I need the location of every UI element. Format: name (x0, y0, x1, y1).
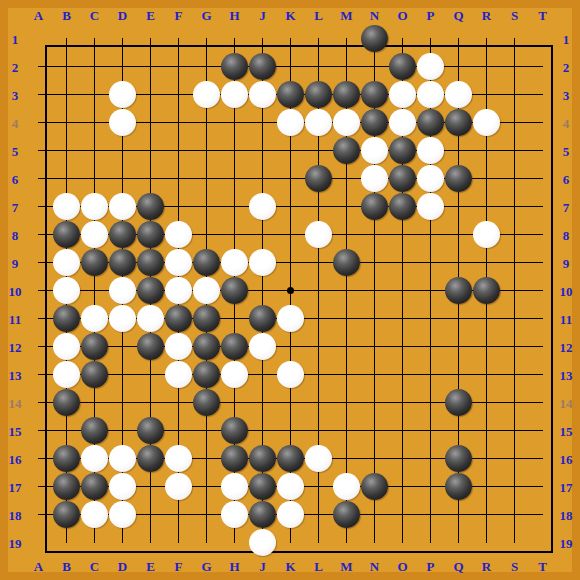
black-stone-f11[interactable] (165, 305, 192, 332)
white-stone-n6[interactable] (361, 165, 388, 192)
white-stone-j12[interactable] (249, 333, 276, 360)
white-stone-r4[interactable] (473, 109, 500, 136)
col-label-top-j: J (259, 9, 266, 22)
col-label-bottom-p: P (427, 560, 435, 573)
black-stone-c15[interactable] (81, 417, 108, 444)
white-stone-f13[interactable] (165, 361, 192, 388)
black-stone-h15[interactable] (221, 417, 248, 444)
black-stone-o5[interactable] (389, 137, 416, 164)
white-stone-d4[interactable] (109, 109, 136, 136)
col-label-top-r: R (482, 9, 491, 22)
col-label-bottom-b: B (62, 560, 71, 573)
row-label-left-3: 3 (12, 88, 19, 101)
white-stone-d3[interactable] (109, 81, 136, 108)
black-stone-c9[interactable] (81, 249, 108, 276)
white-stone-g3[interactable] (193, 81, 220, 108)
col-label-top-d: D (118, 9, 127, 22)
row-label-right-17: 17 (560, 480, 573, 493)
col-label-top-a: A (34, 9, 43, 22)
row-label-right-18: 18 (560, 508, 573, 521)
black-stone-n3[interactable] (361, 81, 388, 108)
black-stone-n4[interactable] (361, 109, 388, 136)
row-label-right-15: 15 (560, 424, 573, 437)
black-stone-b18[interactable] (53, 501, 80, 528)
row-label-right-19: 19 (560, 536, 573, 549)
go-board[interactable]: AABBCCDDEEFFGGHHJJKKLLMMNNOOPPQQRRSSTT11… (8, 8, 572, 572)
col-label-top-p: P (427, 9, 435, 22)
white-stone-l8[interactable] (305, 221, 332, 248)
black-stone-d9[interactable] (109, 249, 136, 276)
col-label-top-o: O (397, 9, 407, 22)
col-label-top-h: H (229, 9, 239, 22)
black-stone-o6[interactable] (389, 165, 416, 192)
white-stone-d18[interactable] (109, 501, 136, 528)
black-stone-b8[interactable] (53, 221, 80, 248)
white-stone-p5[interactable] (417, 137, 444, 164)
col-label-top-m: M (340, 9, 352, 22)
row-label-right-16: 16 (560, 452, 573, 465)
row-label-right-9: 9 (563, 256, 570, 269)
black-stone-e16[interactable] (137, 445, 164, 472)
white-stone-k4[interactable] (277, 109, 304, 136)
black-stone-m5[interactable] (333, 137, 360, 164)
row-label-left-19: 19 (9, 536, 22, 549)
row-label-right-8: 8 (563, 228, 570, 241)
row-label-right-10: 10 (560, 284, 573, 297)
black-stone-e12[interactable] (137, 333, 164, 360)
row-label-left-5: 5 (12, 144, 19, 157)
black-stone-c17[interactable] (81, 473, 108, 500)
white-stone-c7[interactable] (81, 193, 108, 220)
black-stone-q4[interactable] (445, 109, 472, 136)
white-stone-d11[interactable] (109, 305, 136, 332)
white-stone-d17[interactable] (109, 473, 136, 500)
row-label-right-6: 6 (563, 172, 570, 185)
black-stone-q17[interactable] (445, 473, 472, 500)
white-stone-j19[interactable] (249, 529, 276, 556)
black-stone-o7[interactable] (389, 193, 416, 220)
black-stone-j17[interactable] (249, 473, 276, 500)
white-stone-j3[interactable] (249, 81, 276, 108)
black-stone-j2[interactable] (249, 53, 276, 80)
col-label-top-b: B (62, 9, 71, 22)
black-stone-e10[interactable] (137, 277, 164, 304)
grid-line-vertical (514, 38, 515, 543)
white-stone-f9[interactable] (165, 249, 192, 276)
white-stone-k13[interactable] (277, 361, 304, 388)
black-stone-b16[interactable] (53, 445, 80, 472)
white-stone-c18[interactable] (81, 501, 108, 528)
row-label-left-2: 2 (12, 60, 19, 73)
white-stone-d16[interactable] (109, 445, 136, 472)
white-stone-o4[interactable] (389, 109, 416, 136)
row-label-right-12: 12 (560, 340, 573, 353)
white-stone-k11[interactable] (277, 305, 304, 332)
col-label-bottom-j: J (259, 560, 266, 573)
black-stone-l6[interactable] (305, 165, 332, 192)
black-stone-m18[interactable] (333, 501, 360, 528)
row-label-left-13: 13 (9, 368, 22, 381)
board-frame: AABBCCDDEEFFGGHHJJKKLLMMNNOOPPQQRRSSTT11… (0, 0, 580, 580)
black-stone-n1[interactable] (361, 25, 388, 52)
white-stone-h17[interactable] (221, 473, 248, 500)
col-label-bottom-a: A (34, 560, 43, 573)
white-stone-o3[interactable] (389, 81, 416, 108)
white-stone-c11[interactable] (81, 305, 108, 332)
col-label-bottom-t: T (538, 560, 547, 573)
black-stone-q10[interactable] (445, 277, 472, 304)
black-stone-m3[interactable] (333, 81, 360, 108)
black-stone-k16[interactable] (277, 445, 304, 472)
white-stone-j7[interactable] (249, 193, 276, 220)
col-label-bottom-c: C (90, 560, 99, 573)
col-label-bottom-o: O (397, 560, 407, 573)
col-label-bottom-r: R (482, 560, 491, 573)
white-stone-r8[interactable] (473, 221, 500, 248)
white-stone-l4[interactable] (305, 109, 332, 136)
col-label-top-q: Q (453, 9, 463, 22)
white-stone-f16[interactable] (165, 445, 192, 472)
black-stone-c12[interactable] (81, 333, 108, 360)
col-label-bottom-s: S (511, 560, 518, 573)
white-stone-b12[interactable] (53, 333, 80, 360)
row-label-left-4: 4 (12, 116, 19, 129)
col-label-bottom-l: L (314, 560, 323, 573)
col-label-bottom-d: D (118, 560, 127, 573)
white-stone-g10[interactable] (193, 277, 220, 304)
col-label-top-n: N (370, 9, 379, 22)
white-stone-f10[interactable] (165, 277, 192, 304)
col-label-top-c: C (90, 9, 99, 22)
black-stone-q16[interactable] (445, 445, 472, 472)
black-stone-g12[interactable] (193, 333, 220, 360)
col-label-bottom-g: G (201, 560, 211, 573)
black-stone-j11[interactable] (249, 305, 276, 332)
white-stone-h18[interactable] (221, 501, 248, 528)
white-stone-k17[interactable] (277, 473, 304, 500)
black-stone-h10[interactable] (221, 277, 248, 304)
row-label-right-11: 11 (560, 312, 572, 325)
black-stone-n17[interactable] (361, 473, 388, 500)
black-stone-n7[interactable] (361, 193, 388, 220)
white-stone-b13[interactable] (53, 361, 80, 388)
col-label-top-k: K (285, 9, 295, 22)
row-label-left-14: 14 (9, 396, 22, 409)
white-stone-p6[interactable] (417, 165, 444, 192)
white-stone-q3[interactable] (445, 81, 472, 108)
row-label-right-4: 4 (563, 116, 570, 129)
col-label-bottom-f: F (175, 560, 183, 573)
black-stone-d8[interactable] (109, 221, 136, 248)
row-label-left-1: 1 (12, 32, 19, 45)
white-stone-c16[interactable] (81, 445, 108, 472)
row-label-left-6: 6 (12, 172, 19, 185)
black-stone-m9[interactable] (333, 249, 360, 276)
row-label-left-12: 12 (9, 340, 22, 353)
black-stone-e8[interactable] (137, 221, 164, 248)
row-label-left-9: 9 (12, 256, 19, 269)
col-label-top-g: G (201, 9, 211, 22)
col-label-bottom-e: E (146, 560, 155, 573)
row-label-left-16: 16 (9, 452, 22, 465)
black-stone-l3[interactable] (305, 81, 332, 108)
white-stone-h9[interactable] (221, 249, 248, 276)
black-stone-h2[interactable] (221, 53, 248, 80)
col-label-bottom-k: K (285, 560, 295, 573)
black-stone-q14[interactable] (445, 389, 472, 416)
black-stone-b11[interactable] (53, 305, 80, 332)
row-label-right-3: 3 (563, 88, 570, 101)
grid-line-horizontal (38, 430, 543, 431)
white-stone-h13[interactable] (221, 361, 248, 388)
row-label-right-14: 14 (560, 396, 573, 409)
black-stone-p4[interactable] (417, 109, 444, 136)
white-stone-p7[interactable] (417, 193, 444, 220)
white-stone-e11[interactable] (137, 305, 164, 332)
black-stone-b17[interactable] (53, 473, 80, 500)
col-label-bottom-n: N (370, 560, 379, 573)
row-label-right-2: 2 (563, 60, 570, 73)
black-stone-g9[interactable] (193, 249, 220, 276)
col-label-bottom-q: Q (453, 560, 463, 573)
black-stone-r10[interactable] (473, 277, 500, 304)
white-stone-f8[interactable] (165, 221, 192, 248)
col-label-top-e: E (146, 9, 155, 22)
white-stone-m4[interactable] (333, 109, 360, 136)
col-label-top-f: F (175, 9, 183, 22)
row-label-right-13: 13 (560, 368, 573, 381)
col-label-top-l: L (314, 9, 323, 22)
row-label-left-7: 7 (12, 200, 19, 213)
black-stone-o2[interactable] (389, 53, 416, 80)
black-stone-q6[interactable] (445, 165, 472, 192)
row-label-right-1: 1 (563, 32, 570, 45)
white-stone-l16[interactable] (305, 445, 332, 472)
white-stone-c8[interactable] (81, 221, 108, 248)
white-stone-n5[interactable] (361, 137, 388, 164)
col-label-bottom-h: H (229, 560, 239, 573)
white-stone-p3[interactable] (417, 81, 444, 108)
white-stone-k18[interactable] (277, 501, 304, 528)
white-stone-m17[interactable] (333, 473, 360, 500)
black-stone-g13[interactable] (193, 361, 220, 388)
black-stone-b14[interactable] (53, 389, 80, 416)
white-stone-j9[interactable] (249, 249, 276, 276)
black-stone-j16[interactable] (249, 445, 276, 472)
col-label-bottom-m: M (340, 560, 352, 573)
row-label-left-8: 8 (12, 228, 19, 241)
grid-line-horizontal (38, 346, 543, 347)
row-label-left-17: 17 (9, 480, 22, 493)
row-label-left-10: 10 (9, 284, 22, 297)
black-stone-k3[interactable] (277, 81, 304, 108)
white-stone-b9[interactable] (53, 249, 80, 276)
white-stone-d7[interactable] (109, 193, 136, 220)
black-stone-h12[interactable] (221, 333, 248, 360)
white-stone-f12[interactable] (165, 333, 192, 360)
white-stone-b7[interactable] (53, 193, 80, 220)
black-stone-e7[interactable] (137, 193, 164, 220)
white-stone-f17[interactable] (165, 473, 192, 500)
col-label-top-t: T (538, 9, 547, 22)
white-stone-p2[interactable] (417, 53, 444, 80)
star-point-k10 (287, 287, 294, 294)
white-stone-b10[interactable] (53, 277, 80, 304)
white-stone-h3[interactable] (221, 81, 248, 108)
black-stone-e15[interactable] (137, 417, 164, 444)
row-label-left-11: 11 (9, 312, 21, 325)
row-label-right-5: 5 (563, 144, 570, 157)
black-stone-g11[interactable] (193, 305, 220, 332)
black-stone-c13[interactable] (81, 361, 108, 388)
black-stone-j18[interactable] (249, 501, 276, 528)
row-label-left-18: 18 (9, 508, 22, 521)
col-label-top-s: S (511, 9, 518, 22)
row-label-right-7: 7 (563, 200, 570, 213)
white-stone-d10[interactable] (109, 277, 136, 304)
black-stone-e9[interactable] (137, 249, 164, 276)
black-stone-h16[interactable] (221, 445, 248, 472)
black-stone-g14[interactable] (193, 389, 220, 416)
row-label-left-15: 15 (9, 424, 22, 437)
